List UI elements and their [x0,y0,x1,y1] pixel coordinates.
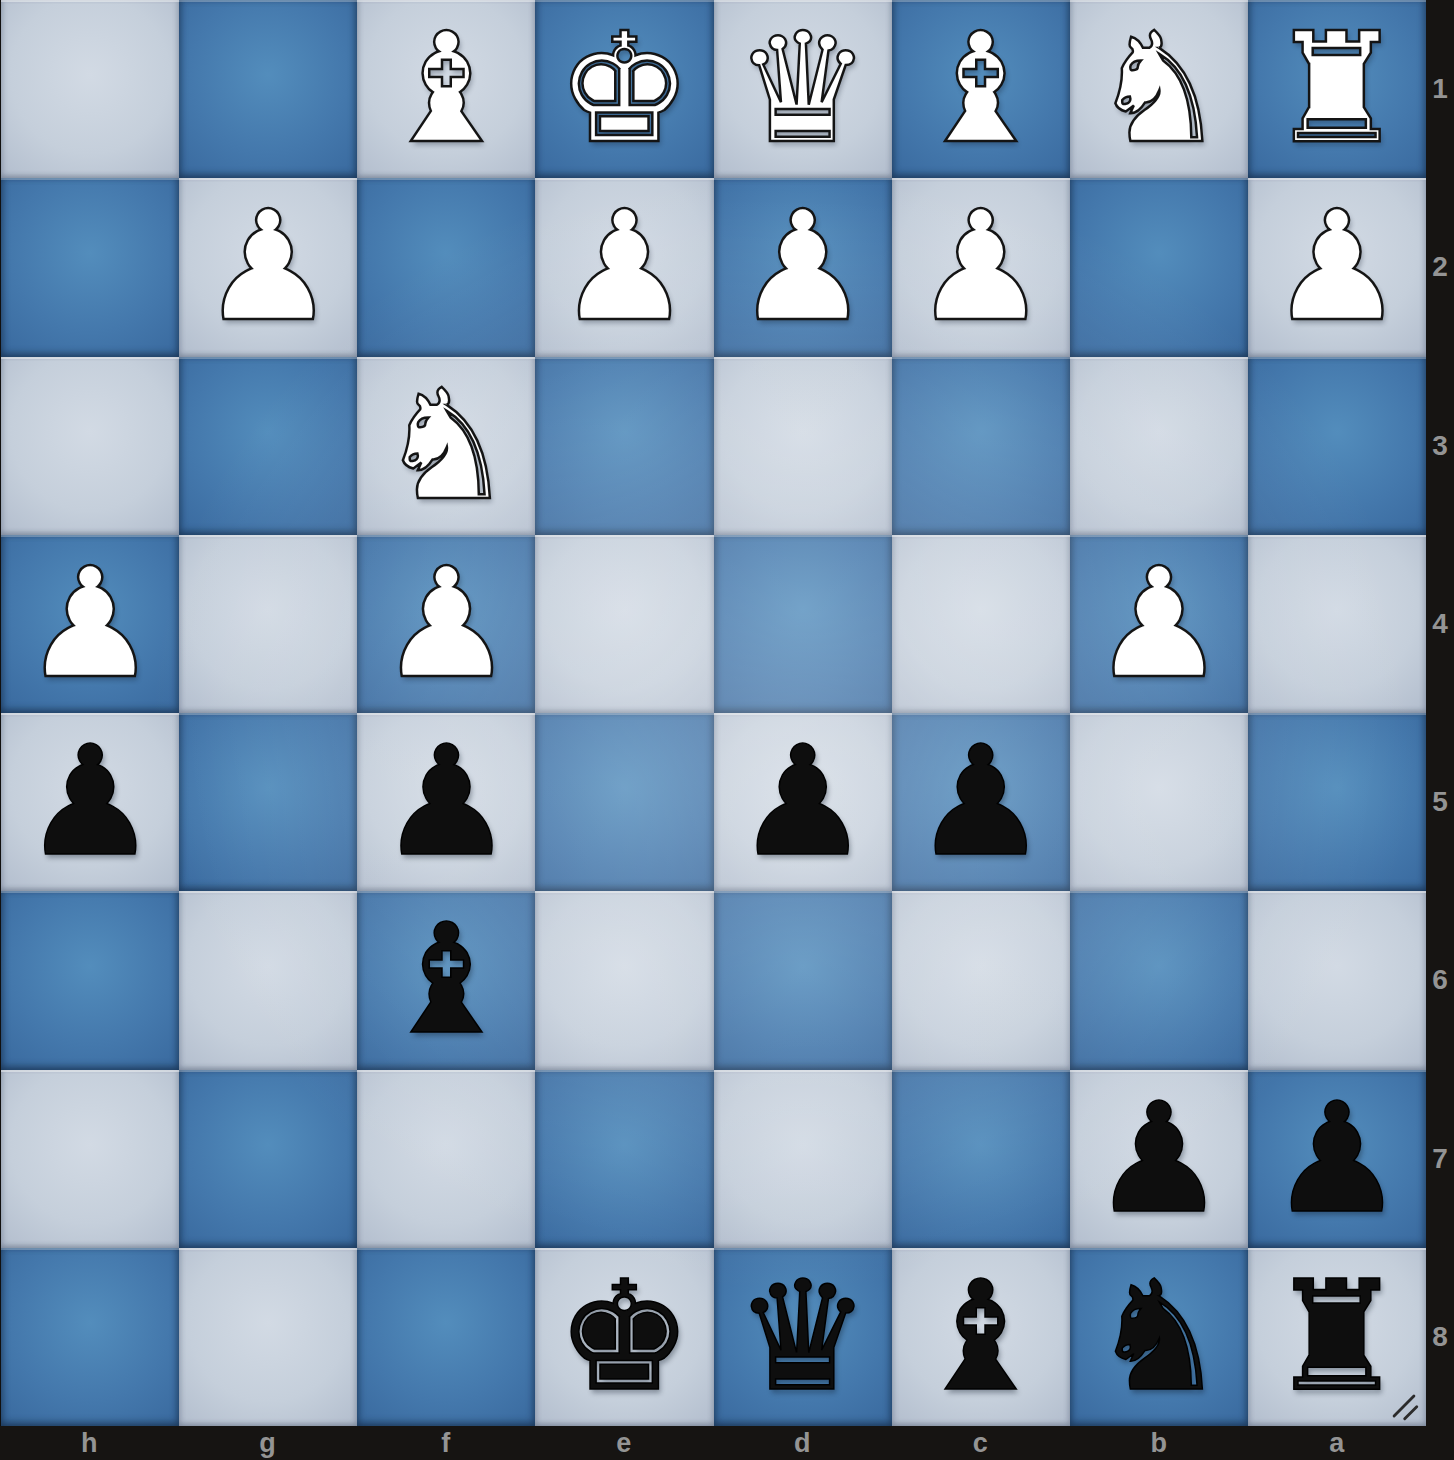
square-f6[interactable]: ♝ [357,891,535,1069]
rank-label-4: 4 [1426,535,1454,713]
square-b4[interactable]: ♟ [1070,535,1248,713]
square-d5[interactable]: ♟ [714,713,892,891]
piece-black-pawn[interactable]: ♟ [1269,1083,1405,1235]
piece-white-pawn[interactable]: ♟ [200,191,336,343]
piece-white-pawn[interactable]: ♟ [913,191,1049,343]
chess-board[interactable]: ♝♚♛♝♞♜♟♟♟♟♟♞♟♟♟♟♟♟♟♝♟♟♚♛♝♞♜ [1,0,1426,1426]
piece-white-rook[interactable]: ♜ [1269,13,1405,165]
piece-black-pawn[interactable]: ♟ [913,726,1049,878]
square-f4[interactable]: ♟ [357,535,535,713]
square-b2[interactable] [1070,178,1248,356]
square-f2[interactable] [357,178,535,356]
piece-white-bishop[interactable]: ♝ [913,13,1049,165]
square-h3[interactable] [1,357,179,535]
square-g1[interactable] [179,0,357,178]
file-label-a: a [1248,1426,1426,1460]
square-h5[interactable]: ♟ [1,713,179,891]
square-d1[interactable]: ♛ [714,0,892,178]
square-d7[interactable] [714,1070,892,1248]
square-h6[interactable] [1,891,179,1069]
square-e3[interactable] [535,357,713,535]
square-h1[interactable] [1,0,179,178]
file-label-b: b [1070,1426,1248,1460]
square-a4[interactable] [1248,535,1426,713]
file-label-e: e [535,1426,713,1460]
square-h2[interactable] [1,178,179,356]
square-g6[interactable] [179,891,357,1069]
square-d4[interactable] [714,535,892,713]
square-f8[interactable] [357,1248,535,1426]
square-d6[interactable] [714,891,892,1069]
piece-white-pawn[interactable]: ♟ [1269,191,1405,343]
piece-black-pawn[interactable]: ♟ [734,726,870,878]
square-f1[interactable]: ♝ [357,0,535,178]
square-c4[interactable] [892,535,1070,713]
piece-white-pawn[interactable]: ♟ [22,548,158,700]
square-g8[interactable] [179,1248,357,1426]
square-g3[interactable] [179,357,357,535]
chess-app: ♝♚♛♝♞♜♟♟♟♟♟♞♟♟♟♟♟♟♟♝♟♟♚♛♝♞♜ 12345678 hgf… [0,0,1454,1460]
square-e4[interactable] [535,535,713,713]
rank-coordinates: 12345678 [1426,0,1454,1426]
piece-black-pawn[interactable]: ♟ [378,726,514,878]
rank-label-2: 2 [1426,178,1454,356]
file-label-g: g [178,1426,356,1460]
piece-white-king[interactable]: ♚ [556,13,692,165]
piece-white-bishop[interactable]: ♝ [378,13,514,165]
square-f7[interactable] [357,1070,535,1248]
rank-label-6: 6 [1426,891,1454,1069]
piece-white-knight[interactable]: ♞ [1091,13,1227,165]
square-e5[interactable] [535,713,713,891]
piece-white-pawn[interactable]: ♟ [378,548,514,700]
square-a2[interactable]: ♟ [1248,178,1426,356]
piece-black-bishop[interactable]: ♝ [378,904,514,1056]
square-e6[interactable] [535,891,713,1069]
square-e1[interactable]: ♚ [535,0,713,178]
rank-label-1: 1 [1426,0,1454,178]
piece-black-king[interactable]: ♚ [556,1261,692,1413]
square-b7[interactable]: ♟ [1070,1070,1248,1248]
square-b8[interactable]: ♞ [1070,1248,1248,1426]
file-coordinates: hgfedcba [0,1426,1454,1460]
square-b5[interactable] [1070,713,1248,891]
square-f5[interactable]: ♟ [357,713,535,891]
square-b3[interactable] [1070,357,1248,535]
file-label-f: f [357,1426,535,1460]
square-c3[interactable] [892,357,1070,535]
piece-black-bishop[interactable]: ♝ [913,1261,1049,1413]
square-d8[interactable]: ♛ [714,1248,892,1426]
square-c2[interactable]: ♟ [892,178,1070,356]
rank-label-5: 5 [1426,713,1454,891]
square-a7[interactable]: ♟ [1248,1070,1426,1248]
square-a6[interactable] [1248,891,1426,1069]
square-h7[interactable] [1,1070,179,1248]
square-c7[interactable] [892,1070,1070,1248]
square-c1[interactable]: ♝ [892,0,1070,178]
file-label-d: d [713,1426,891,1460]
square-c8[interactable]: ♝ [892,1248,1070,1426]
square-g7[interactable] [179,1070,357,1248]
file-label-c: c [891,1426,1069,1460]
square-c6[interactable] [892,891,1070,1069]
square-h4[interactable]: ♟ [1,535,179,713]
square-a3[interactable] [1248,357,1426,535]
piece-white-queen[interactable]: ♛ [734,13,870,165]
square-d2[interactable]: ♟ [714,178,892,356]
board-resize-handle[interactable] [1387,1389,1421,1423]
square-e7[interactable] [535,1070,713,1248]
piece-white-knight[interactable]: ♞ [378,370,514,522]
piece-black-rook[interactable]: ♜ [1269,1261,1405,1413]
piece-white-pawn[interactable]: ♟ [556,191,692,343]
square-e8[interactable]: ♚ [535,1248,713,1426]
rank-label-7: 7 [1426,1070,1454,1248]
board-area: ♝♚♛♝♞♜♟♟♟♟♟♞♟♟♟♟♟♟♟♝♟♟♚♛♝♞♜ [0,0,1426,1426]
piece-black-pawn[interactable]: ♟ [22,726,158,878]
square-h8[interactable] [1,1248,179,1426]
square-d3[interactable] [714,357,892,535]
square-c5[interactable]: ♟ [892,713,1070,891]
piece-black-knight[interactable]: ♞ [1091,1261,1227,1413]
square-g5[interactable] [179,713,357,891]
square-f3[interactable]: ♞ [357,357,535,535]
square-b1[interactable]: ♞ [1070,0,1248,178]
piece-white-pawn[interactable]: ♟ [734,191,870,343]
rank-label-8: 8 [1426,1248,1454,1426]
piece-black-pawn[interactable]: ♟ [1091,1083,1227,1235]
file-label-h: h [0,1426,178,1460]
square-a5[interactable] [1248,713,1426,891]
piece-white-pawn[interactable]: ♟ [1091,548,1227,700]
rank-label-3: 3 [1426,357,1454,535]
square-a1[interactable]: ♜ [1248,0,1426,178]
square-g4[interactable] [179,535,357,713]
piece-black-queen[interactable]: ♛ [734,1261,870,1413]
square-b6[interactable] [1070,891,1248,1069]
square-e2[interactable]: ♟ [535,178,713,356]
square-g2[interactable]: ♟ [179,178,357,356]
